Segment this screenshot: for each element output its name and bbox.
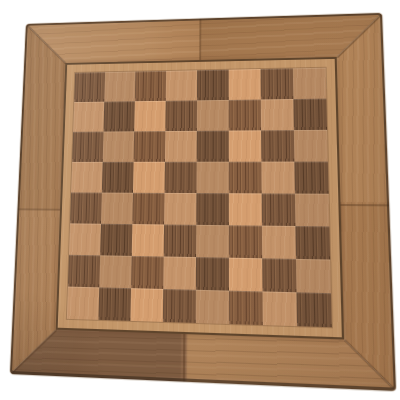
- square-d2: [163, 256, 196, 289]
- board-grid: [67, 68, 332, 328]
- square-e3: [196, 225, 229, 258]
- square-h1: [296, 292, 331, 327]
- square-b8: [104, 72, 135, 102]
- plank-seam-top: [199, 19, 201, 60]
- square-e7: [197, 100, 229, 131]
- square-e1: [196, 290, 229, 324]
- square-b5: [102, 162, 134, 193]
- square-a7: [73, 102, 104, 132]
- square-f3: [229, 225, 262, 258]
- square-g4: [262, 193, 296, 226]
- square-a1: [67, 287, 99, 320]
- square-c5: [133, 162, 165, 193]
- square-c3: [132, 224, 164, 256]
- square-c2: [131, 256, 164, 289]
- square-f5: [229, 162, 262, 194]
- square-f7: [229, 99, 261, 130]
- square-h5: [294, 162, 328, 194]
- photo-background: [0, 0, 400, 400]
- square-c7: [134, 101, 165, 132]
- square-c4: [132, 193, 164, 225]
- square-c6: [134, 131, 166, 162]
- square-d7: [165, 100, 197, 131]
- square-g2: [262, 258, 296, 292]
- square-b3: [100, 224, 132, 256]
- square-d3: [164, 224, 197, 257]
- square-h7: [293, 99, 327, 131]
- square-g6: [261, 130, 294, 162]
- square-f6: [229, 130, 262, 161]
- square-a8: [74, 72, 105, 102]
- square-h4: [295, 194, 329, 227]
- square-g5: [261, 162, 295, 194]
- square-b6: [103, 131, 135, 162]
- square-b2: [99, 255, 131, 288]
- square-h2: [296, 259, 331, 293]
- square-c1: [130, 288, 163, 322]
- square-a6: [72, 132, 103, 162]
- square-b7: [103, 101, 134, 131]
- square-a3: [69, 223, 101, 255]
- square-e6: [197, 131, 229, 162]
- square-b1: [98, 287, 131, 321]
- square-e8: [197, 70, 229, 101]
- square-g3: [262, 226, 296, 259]
- square-d6: [165, 131, 197, 162]
- square-h3: [295, 226, 330, 260]
- square-h6: [294, 130, 328, 162]
- square-d8: [166, 70, 197, 100]
- wooden-chess-board: [10, 13, 396, 391]
- square-a5: [71, 162, 103, 193]
- square-c8: [135, 71, 166, 101]
- square-e2: [196, 257, 229, 291]
- square-d5: [164, 162, 196, 193]
- square-g8: [261, 68, 294, 99]
- square-e4: [196, 193, 229, 225]
- square-e5: [196, 162, 228, 194]
- square-f1: [229, 291, 263, 325]
- square-h8: [293, 68, 326, 99]
- square-d4: [164, 193, 196, 225]
- square-b4: [101, 193, 133, 225]
- square-d1: [163, 289, 196, 323]
- square-f4: [229, 193, 262, 225]
- square-g7: [261, 99, 294, 130]
- square-a2: [68, 255, 100, 288]
- square-a4: [70, 192, 102, 223]
- board-inlay-border: [56, 57, 344, 340]
- board-inner-margin: [58, 59, 342, 337]
- square-g1: [262, 291, 297, 326]
- square-f8: [229, 69, 261, 100]
- square-f2: [229, 258, 263, 292]
